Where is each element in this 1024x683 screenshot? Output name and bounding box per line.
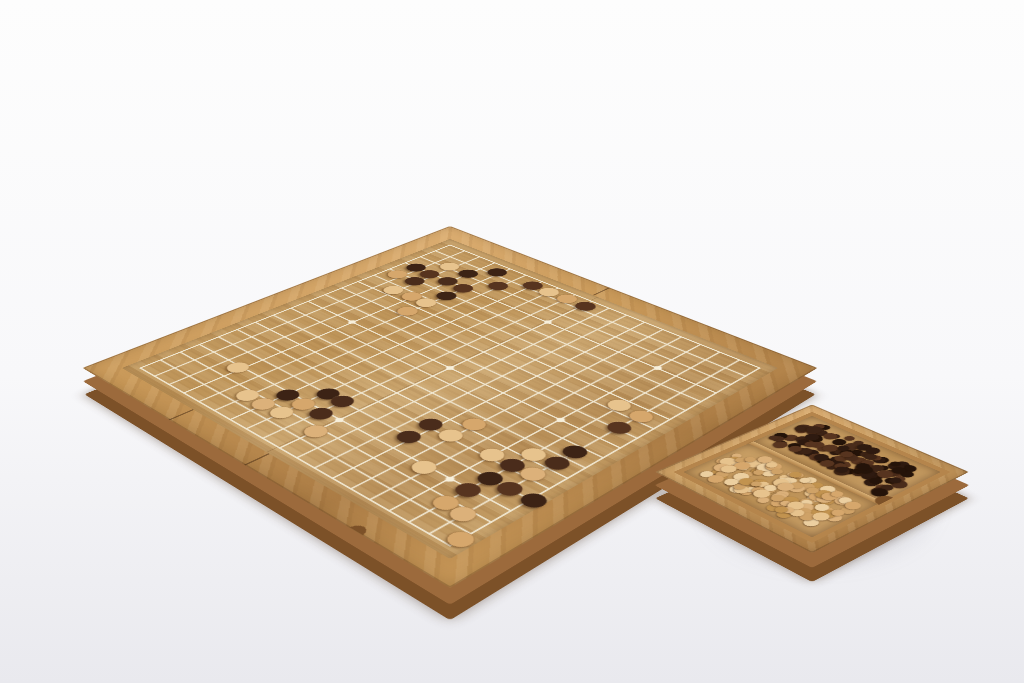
tray-stone-light: ●	[797, 476, 815, 485]
tray-stone-light: ●	[755, 479, 774, 488]
star-point	[446, 477, 454, 481]
tray-stone-light: ●	[784, 499, 810, 511]
stone-light: ●	[424, 490, 469, 515]
stone-dark: ●	[447, 478, 491, 502]
tray-stone-light: ●	[769, 491, 791, 501]
tray-stone-light: ●	[814, 506, 843, 521]
tray-stone-light: ●	[823, 488, 844, 498]
tray-stone-light: ●	[783, 501, 803, 510]
tray-stone-light: ●	[721, 476, 750, 490]
tray-stone-light: ●	[795, 495, 820, 507]
stone-light: ●	[262, 402, 303, 422]
tray-stone-light: ●	[750, 487, 778, 500]
tray-stone-dark: ●	[877, 482, 899, 492]
tray-stone-light: ●	[835, 496, 856, 505]
tray-stone-light: ●	[763, 501, 786, 513]
stone-light: ●	[601, 395, 641, 415]
tray-stone-light: ●	[747, 485, 771, 496]
tray-stone-light: ●	[791, 505, 818, 518]
tray-stone-light: ●	[812, 492, 837, 505]
tray-stone-light: ●	[804, 492, 829, 503]
tray-stone-light: ●	[812, 503, 842, 518]
tray-stone-light: ●	[753, 495, 774, 505]
tray-stone-light: ●	[828, 490, 847, 499]
stone-tray: ●●●●●●●●●●●●●●●●●●●●●●●●●●●●●●●●●●●●●●●●…	[655, 405, 969, 554]
tray-stone-light: ●	[788, 471, 808, 480]
tray-stone-light: ●	[776, 473, 793, 481]
tray-stone-dark: ●	[890, 474, 911, 483]
tray-stone-light: ●	[780, 495, 799, 504]
tray-stone-light: ●	[809, 487, 829, 496]
tray-stone-dark: ●	[872, 482, 892, 493]
tray-stone-light: ●	[810, 501, 835, 513]
tray-stone-light: ●	[806, 507, 825, 517]
stone-light: ●	[220, 358, 259, 376]
tray-stone-light: ●	[777, 499, 794, 507]
tray-stone-light: ●	[801, 517, 822, 528]
tray-stone-light: ●	[822, 510, 848, 523]
stone-dark: ●	[600, 416, 641, 437]
tray-stone-light: ●	[820, 484, 837, 493]
stone-light: ●	[391, 303, 427, 319]
tray-stone-light: ●	[779, 493, 804, 506]
tray-stone-light: ●	[749, 477, 775, 489]
tray-stone-light: ●	[767, 492, 790, 503]
tray-stone-light: ●	[806, 490, 833, 502]
tray-stone-light: ●	[799, 497, 816, 506]
tray-stone-light: ●	[767, 490, 792, 503]
tray-stone-dark: ●	[886, 477, 915, 490]
tray-stone-light: ●	[703, 472, 731, 485]
tray-stone-light: ●	[790, 471, 807, 479]
tray-stone-light: ●	[769, 477, 796, 489]
stone-light: ●	[472, 443, 514, 465]
tray-stone-light: ●	[742, 485, 760, 493]
tray-stone-light: ●	[750, 469, 767, 477]
tray-stone-light: ●	[707, 472, 727, 481]
tray-stone-light: ●	[841, 499, 868, 512]
tray-stone-light: ●	[779, 476, 802, 486]
tray-stone-light: ●	[773, 507, 799, 520]
stone-light: ●	[622, 406, 662, 426]
tray-stone-light: ●	[721, 476, 743, 487]
stone-dark: ●	[389, 426, 431, 447]
tray-stone-light: ●	[748, 479, 766, 488]
tray-stone-light: ●	[801, 486, 829, 499]
tray-stone-light: ●	[786, 470, 805, 479]
stone-dark: ●	[482, 278, 516, 292]
tray-stone-light: ●	[805, 501, 834, 514]
stone-light: ●	[512, 462, 555, 485]
star-point	[556, 418, 564, 422]
stone-light: ●	[403, 456, 446, 479]
tray-stone-light: ●	[774, 480, 800, 492]
tray-stone-light: ●	[773, 488, 793, 498]
tray-stone-light: ●	[778, 505, 799, 515]
tray-stone-light: ●	[785, 482, 812, 495]
tray-stone-light: ●	[747, 480, 763, 487]
stone-light: ●	[229, 385, 269, 404]
tray-stone-dark: ●	[882, 476, 901, 486]
tray-stone-light: ●	[772, 504, 791, 514]
tray-stone-light: ●	[786, 480, 809, 491]
board-joint-seam-front	[168, 409, 194, 420]
tray-stone-light: ●	[726, 483, 752, 495]
tray-stone-light: ●	[838, 504, 859, 515]
tray-stone-light: ●	[811, 508, 831, 517]
stone-dark: ●	[309, 384, 349, 403]
tray-stone-light: ●	[828, 507, 850, 518]
stone-light: ●	[454, 414, 495, 435]
tray-stone-light: ●	[814, 485, 831, 493]
star-point	[336, 418, 344, 422]
tray-stone-light: ●	[811, 487, 839, 501]
tray-stone-light: ●	[750, 479, 773, 490]
tray-stone-light: ●	[812, 485, 830, 494]
tray-stone-light: ●	[760, 484, 780, 494]
tray-stone-light: ●	[734, 475, 758, 487]
stone-light: ●	[441, 501, 486, 526]
tray-perspective-wrap: ●●●●●●●●●●●●●●●●●●●●●●●●●●●●●●●●●●●●●●●●…	[701, 361, 923, 583]
tray-stone-light: ●	[795, 509, 821, 522]
tray-stone-light: ●	[760, 483, 781, 493]
stone-light: ●	[431, 424, 473, 445]
board-fold-seam-front	[244, 453, 270, 465]
stone-light: ●	[296, 421, 338, 442]
tray-stone-light: ●	[794, 480, 821, 493]
tray-stone-light: ●	[800, 475, 822, 486]
stone-dark: ●	[555, 440, 597, 462]
tray-stone-dark: ●	[866, 475, 887, 486]
tray-stone-light: ●	[736, 486, 758, 497]
tray-stone-light: ●	[744, 485, 767, 495]
stone-dark: ●	[513, 488, 558, 512]
tray-stone-dark: ●	[866, 485, 893, 498]
tray-stone-light: ●	[729, 483, 755, 495]
stone-dark: ●	[470, 466, 514, 489]
tray-finger-notch	[871, 494, 893, 505]
tray-stone-dark: ●	[868, 486, 896, 498]
stone-dark: ●	[489, 476, 533, 500]
tray-stone-light: ●	[730, 471, 756, 483]
scene: ●●●●●●●●●●●●●●●●●●●●●●●●●●●●●●●●●●●●●●●●…	[0, 0, 1024, 683]
tray-stone-light: ●	[780, 504, 810, 518]
tray-stone-light: ●	[810, 510, 834, 523]
tray-stone-light: ●	[816, 492, 841, 503]
tray-stone-light: ●	[731, 483, 750, 492]
tray-stone-light: ●	[769, 475, 797, 488]
stone-dark: ●	[492, 454, 535, 477]
tray-frame: ●●●●●●●●●●●●●●●●●●●●●●●●●●●●●●●●●●●●●●●●…	[655, 405, 969, 554]
tray-stone-light: ●	[767, 497, 789, 508]
tray-stone-dark: ●	[885, 476, 905, 486]
stone-light: ●	[514, 443, 556, 465]
board-perspective-wrap: ●●●●●●●●●●●●●●●●●●●●●●●●●●●●●●●●●●●●●●●●…	[190, 108, 710, 628]
tray-stone-light: ●	[733, 477, 750, 485]
stone-light: ●	[244, 394, 284, 414]
tray-stone-light: ●	[785, 503, 805, 513]
tray-stone-light: ●	[799, 515, 823, 528]
tray-stone-light: ●	[814, 483, 841, 496]
tray-stone-light: ●	[815, 495, 840, 507]
tray-stone-light: ●	[817, 489, 845, 502]
tray-stone-light: ●	[786, 506, 810, 518]
tray-stone-dark: ●	[861, 476, 883, 488]
stone-dark: ●	[411, 414, 452, 435]
board-fold-seam-top	[592, 287, 610, 295]
tray-stone-light: ●	[783, 503, 812, 517]
tray-stone-light: ●	[712, 472, 731, 481]
tray-stone-light: ●	[782, 503, 802, 513]
tray-stone-light: ●	[829, 493, 858, 508]
stone-light: ●	[438, 526, 485, 553]
stone-dark: ●	[537, 451, 580, 474]
tray-stone-light: ●	[807, 480, 828, 490]
stone-dark: ●	[324, 391, 364, 411]
stone-dark: ●	[269, 385, 309, 404]
tray-stone-light: ●	[803, 485, 824, 495]
stone-light: ●	[284, 394, 324, 414]
tray-stone-light: ●	[794, 501, 819, 513]
stone-dark: ●	[302, 403, 343, 423]
